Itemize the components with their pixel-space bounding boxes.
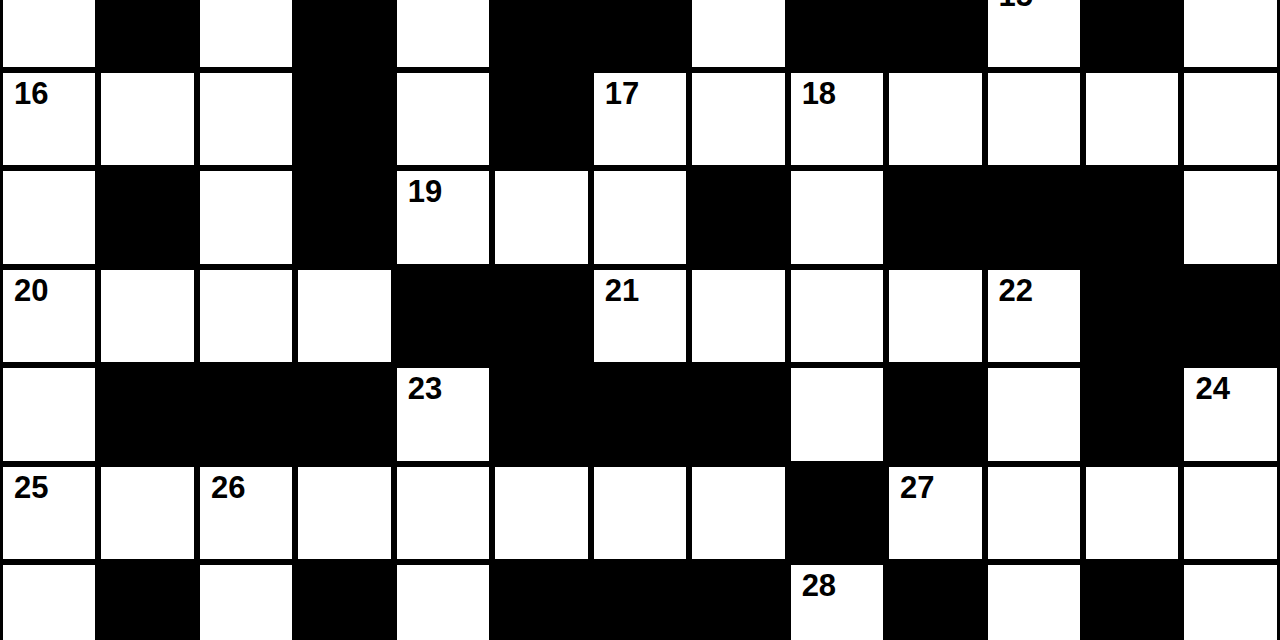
letter-square-r0c4[interactable] bbox=[394, 0, 492, 70]
black-square-r2c3 bbox=[295, 168, 393, 266]
black-square-r6c9 bbox=[886, 562, 984, 640]
black-square-r0c1 bbox=[98, 0, 196, 70]
letter-square-r5c9[interactable]: 27 bbox=[886, 464, 984, 562]
black-square-r4c2 bbox=[197, 365, 295, 463]
letter-square-r1c7[interactable] bbox=[689, 70, 787, 168]
black-square-r0c11 bbox=[1083, 0, 1181, 70]
black-square-r3c11 bbox=[1083, 267, 1181, 365]
letter-square-r2c4[interactable]: 19 bbox=[394, 168, 492, 266]
letter-square-r4c4[interactable]: 23 bbox=[394, 365, 492, 463]
black-square-r4c11 bbox=[1083, 365, 1181, 463]
letter-square-r1c2[interactable] bbox=[197, 70, 295, 168]
black-square-r4c7 bbox=[689, 365, 787, 463]
clue-number-23: 23 bbox=[408, 373, 442, 404]
black-square-r6c11 bbox=[1083, 562, 1181, 640]
letter-square-r5c4[interactable] bbox=[394, 464, 492, 562]
letter-square-r4c0[interactable] bbox=[0, 365, 98, 463]
letter-square-r0c12[interactable] bbox=[1181, 0, 1279, 70]
crossword-grid: 1516171819202122232425262728 bbox=[0, 0, 1280, 640]
black-square-r6c1 bbox=[98, 562, 196, 640]
letter-square-r5c2[interactable]: 26 bbox=[197, 464, 295, 562]
crossword-viewport: 1516171819202122232425262728 bbox=[0, 0, 1280, 640]
clue-number-15: 15 bbox=[999, 0, 1033, 11]
letter-square-r6c0[interactable] bbox=[0, 562, 98, 640]
black-square-r3c4 bbox=[394, 267, 492, 365]
letter-square-r2c6[interactable] bbox=[591, 168, 689, 266]
black-square-r4c9 bbox=[886, 365, 984, 463]
black-square-r0c3 bbox=[295, 0, 393, 70]
letter-square-r0c10[interactable]: 15 bbox=[985, 0, 1083, 70]
black-square-r1c3 bbox=[295, 70, 393, 168]
letter-square-r3c10[interactable]: 22 bbox=[985, 267, 1083, 365]
black-square-r2c10 bbox=[985, 168, 1083, 266]
letter-square-r6c12[interactable] bbox=[1181, 562, 1279, 640]
black-square-r6c3 bbox=[295, 562, 393, 640]
black-square-r0c8 bbox=[788, 0, 886, 70]
black-square-r3c12 bbox=[1181, 267, 1279, 365]
letter-square-r4c8[interactable] bbox=[788, 365, 886, 463]
black-square-r4c1 bbox=[98, 365, 196, 463]
letter-square-r6c8[interactable]: 28 bbox=[788, 562, 886, 640]
letter-square-r1c8[interactable]: 18 bbox=[788, 70, 886, 168]
letter-square-r3c2[interactable] bbox=[197, 267, 295, 365]
letter-square-r2c5[interactable] bbox=[492, 168, 590, 266]
letter-square-r3c9[interactable] bbox=[886, 267, 984, 365]
black-square-r2c1 bbox=[98, 168, 196, 266]
letter-square-r1c10[interactable] bbox=[985, 70, 1083, 168]
letter-square-r5c6[interactable] bbox=[591, 464, 689, 562]
letter-square-r3c7[interactable] bbox=[689, 267, 787, 365]
black-square-r2c11 bbox=[1083, 168, 1181, 266]
letter-square-r2c0[interactable] bbox=[0, 168, 98, 266]
letter-square-r2c2[interactable] bbox=[197, 168, 295, 266]
letter-square-r3c0[interactable]: 20 bbox=[0, 267, 98, 365]
letter-square-r3c8[interactable] bbox=[788, 267, 886, 365]
letter-square-r5c10[interactable] bbox=[985, 464, 1083, 562]
letter-square-r1c0[interactable]: 16 bbox=[0, 70, 98, 168]
black-square-r2c7 bbox=[689, 168, 787, 266]
letter-square-r6c2[interactable] bbox=[197, 562, 295, 640]
clue-number-22: 22 bbox=[999, 275, 1033, 306]
clue-number-18: 18 bbox=[802, 78, 836, 109]
letter-square-r5c7[interactable] bbox=[689, 464, 787, 562]
letter-square-r1c1[interactable] bbox=[98, 70, 196, 168]
letter-square-r5c3[interactable] bbox=[295, 464, 393, 562]
clue-number-25: 25 bbox=[14, 472, 48, 503]
clue-number-24: 24 bbox=[1195, 373, 1229, 404]
letter-square-r2c8[interactable] bbox=[788, 168, 886, 266]
clue-number-20: 20 bbox=[14, 275, 48, 306]
clue-number-16: 16 bbox=[14, 78, 48, 109]
clue-number-19: 19 bbox=[408, 176, 442, 207]
letter-square-r5c11[interactable] bbox=[1083, 464, 1181, 562]
black-square-r6c7 bbox=[689, 562, 787, 640]
black-square-r3c5 bbox=[492, 267, 590, 365]
letter-square-r1c11[interactable] bbox=[1083, 70, 1181, 168]
letter-square-r2c12[interactable] bbox=[1181, 168, 1279, 266]
black-square-r2c9 bbox=[886, 168, 984, 266]
black-square-r6c5 bbox=[492, 562, 590, 640]
letter-square-r0c7[interactable] bbox=[689, 0, 787, 70]
letter-square-r5c1[interactable] bbox=[98, 464, 196, 562]
clue-number-17: 17 bbox=[605, 78, 639, 109]
letter-square-r1c6[interactable]: 17 bbox=[591, 70, 689, 168]
letter-square-r1c9[interactable] bbox=[886, 70, 984, 168]
black-square-r4c6 bbox=[591, 365, 689, 463]
letter-square-r5c5[interactable] bbox=[492, 464, 590, 562]
letter-square-r6c4[interactable] bbox=[394, 562, 492, 640]
black-square-r4c5 bbox=[492, 365, 590, 463]
clue-number-21: 21 bbox=[605, 275, 639, 306]
clue-number-28: 28 bbox=[802, 570, 836, 601]
letter-square-r3c1[interactable] bbox=[98, 267, 196, 365]
black-square-r0c6 bbox=[591, 0, 689, 70]
clue-number-27: 27 bbox=[900, 472, 934, 503]
letter-square-r6c10[interactable] bbox=[985, 562, 1083, 640]
letter-square-r0c2[interactable] bbox=[197, 0, 295, 70]
letter-square-r1c12[interactable] bbox=[1181, 70, 1279, 168]
letter-square-r1c4[interactable] bbox=[394, 70, 492, 168]
black-square-r6c6 bbox=[591, 562, 689, 640]
black-square-r0c5 bbox=[492, 0, 590, 70]
black-square-r1c5 bbox=[492, 70, 590, 168]
letter-square-r3c3[interactable] bbox=[295, 267, 393, 365]
clue-number-26: 26 bbox=[211, 472, 245, 503]
letter-square-r0c0[interactable] bbox=[0, 0, 98, 70]
black-square-r4c3 bbox=[295, 365, 393, 463]
letter-square-r4c12[interactable]: 24 bbox=[1181, 365, 1279, 463]
letter-square-r5c0[interactable]: 25 bbox=[0, 464, 98, 562]
black-square-r0c9 bbox=[886, 0, 984, 70]
letter-square-r3c6[interactable]: 21 bbox=[591, 267, 689, 365]
black-square-r5c8 bbox=[788, 464, 886, 562]
letter-square-r5c12[interactable] bbox=[1181, 464, 1279, 562]
letter-square-r4c10[interactable] bbox=[985, 365, 1083, 463]
